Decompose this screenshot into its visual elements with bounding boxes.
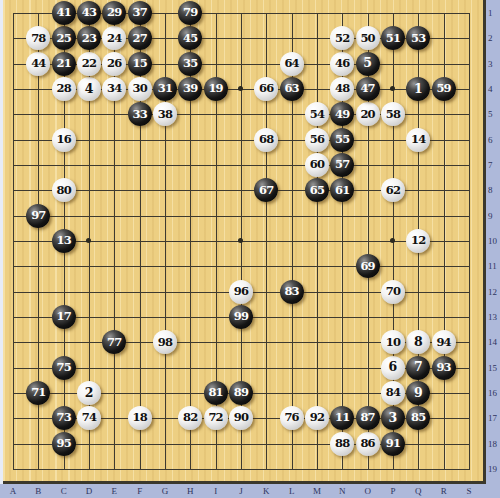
stone-C18[interactable]: 95 — [52, 432, 76, 456]
row-label-18: 18 — [488, 439, 500, 449]
stone-J12[interactable]: 96 — [229, 280, 253, 304]
stone-L3[interactable]: 64 — [280, 52, 304, 76]
stone-F4[interactable]: 30 — [128, 77, 152, 101]
move-number: 25 — [56, 33, 70, 45]
stone-Q14[interactable]: 8 — [406, 330, 430, 354]
row-label-4: 4 — [488, 84, 500, 94]
move-number: 43 — [82, 7, 96, 19]
move-number: 93 — [436, 362, 450, 374]
move-number: 49 — [335, 109, 349, 121]
move-number: 6 — [389, 361, 398, 374]
move-number: 65 — [310, 185, 324, 197]
move-number: 17 — [56, 311, 70, 323]
move-number: 71 — [31, 387, 45, 399]
move-number: 41 — [56, 7, 70, 19]
stone-I4[interactable]: 19 — [204, 77, 228, 101]
move-number: 89 — [234, 387, 248, 399]
move-number: 19 — [208, 83, 222, 95]
move-number: 57 — [335, 159, 349, 171]
column-label-C: C — [57, 486, 71, 496]
star-point-P4 — [390, 86, 395, 91]
move-number: 63 — [284, 83, 298, 95]
stone-P17[interactable]: 3 — [381, 406, 405, 430]
stone-C13[interactable]: 17 — [52, 305, 76, 329]
stone-R4[interactable]: 59 — [432, 77, 456, 101]
move-number: 52 — [335, 33, 349, 45]
row-label-5: 5 — [488, 109, 500, 119]
stone-J13[interactable]: 99 — [229, 305, 253, 329]
star-point-D10 — [86, 238, 91, 243]
move-number: 97 — [31, 210, 45, 222]
move-number: 90 — [234, 412, 248, 424]
row-label-2: 2 — [488, 33, 500, 43]
stone-J17[interactable]: 90 — [229, 406, 253, 430]
move-number: 58 — [386, 109, 400, 121]
stone-N6[interactable]: 55 — [330, 128, 354, 152]
move-number: 95 — [56, 438, 70, 450]
stone-E4[interactable]: 34 — [102, 77, 126, 101]
move-number: 30 — [132, 83, 146, 95]
column-label-Q: Q — [411, 486, 425, 496]
move-number: 51 — [386, 33, 400, 45]
stone-M8[interactable]: 65 — [305, 178, 329, 202]
stone-M7[interactable]: 60 — [305, 153, 329, 177]
stone-O5[interactable]: 20 — [356, 102, 380, 126]
move-number: 11 — [335, 412, 349, 424]
stone-N17[interactable]: 11 — [330, 406, 354, 430]
move-number: 59 — [436, 83, 450, 95]
stone-P18[interactable]: 91 — [381, 432, 405, 456]
stone-O17[interactable]: 87 — [356, 406, 380, 430]
move-number: 86 — [360, 438, 374, 450]
move-number: 61 — [335, 185, 349, 197]
move-number: 80 — [56, 185, 70, 197]
move-number: 10 — [386, 337, 400, 349]
stone-L12[interactable]: 83 — [280, 280, 304, 304]
move-number: 83 — [284, 286, 298, 298]
move-number: 16 — [56, 134, 70, 146]
stone-P2[interactable]: 51 — [381, 26, 405, 50]
stone-I17[interactable]: 72 — [204, 406, 228, 430]
move-number: 24 — [107, 33, 121, 45]
move-number: 87 — [360, 412, 374, 424]
move-number: 68 — [259, 134, 273, 146]
stone-F2[interactable]: 27 — [128, 26, 152, 50]
star-point-J10 — [238, 238, 243, 243]
stone-B9[interactable]: 97 — [26, 204, 50, 228]
stone-N2[interactable]: 52 — [330, 26, 354, 50]
move-number: 81 — [208, 387, 222, 399]
stone-H1[interactable]: 79 — [178, 1, 202, 25]
move-number: 8 — [414, 336, 423, 349]
move-number: 85 — [411, 412, 425, 424]
stone-M6[interactable]: 56 — [305, 128, 329, 152]
move-number: 99 — [234, 311, 248, 323]
stone-L4[interactable]: 63 — [280, 77, 304, 101]
row-label-17: 17 — [488, 413, 500, 423]
stone-O4[interactable]: 47 — [356, 77, 380, 101]
move-number: 3 — [389, 412, 398, 425]
move-number: 2 — [85, 387, 94, 400]
stone-N18[interactable]: 88 — [330, 432, 354, 456]
move-number: 70 — [386, 286, 400, 298]
move-number: 39 — [183, 83, 197, 95]
stone-N7[interactable]: 57 — [330, 153, 354, 177]
move-number: 22 — [82, 58, 96, 70]
move-number: 78 — [31, 33, 45, 45]
column-label-N: N — [335, 486, 349, 496]
column-label-I: I — [209, 486, 223, 496]
move-number: 73 — [56, 412, 70, 424]
row-label-13: 13 — [488, 312, 500, 322]
row-label-15: 15 — [488, 363, 500, 373]
stone-Q17[interactable]: 85 — [406, 406, 430, 430]
stone-F1[interactable]: 37 — [128, 1, 152, 25]
column-label-E: E — [107, 486, 121, 496]
row-label-9: 9 — [488, 211, 500, 221]
column-label-A: A — [6, 486, 20, 496]
move-number: 18 — [132, 412, 146, 424]
column-label-O: O — [361, 486, 375, 496]
row-label-10: 10 — [488, 236, 500, 246]
stone-F17[interactable]: 18 — [128, 406, 152, 430]
stone-C3[interactable]: 21 — [52, 52, 76, 76]
row-label-1: 1 — [488, 8, 500, 18]
move-number: 44 — [31, 58, 45, 70]
stone-Q15[interactable]: 7 — [406, 356, 430, 380]
column-label-P: P — [386, 486, 400, 496]
move-number: 46 — [335, 58, 349, 70]
row-label-7: 7 — [488, 160, 500, 170]
move-number: 45 — [183, 33, 197, 45]
move-number: 62 — [386, 185, 400, 197]
stone-Q2[interactable]: 53 — [406, 26, 430, 50]
stone-M5[interactable]: 54 — [305, 102, 329, 126]
move-number: 15 — [132, 58, 146, 70]
move-number: 74 — [82, 412, 96, 424]
move-number: 1 — [414, 83, 423, 96]
stone-C1[interactable]: 41 — [52, 1, 76, 25]
stone-D3[interactable]: 22 — [77, 52, 101, 76]
move-number: 60 — [310, 159, 324, 171]
move-number: 27 — [132, 33, 146, 45]
move-number: 13 — [56, 235, 70, 247]
move-number: 5 — [363, 57, 372, 70]
star-point-J4 — [238, 86, 243, 91]
stone-G4[interactable]: 31 — [153, 77, 177, 101]
move-number: 34 — [107, 83, 121, 95]
column-label-B: B — [31, 486, 45, 496]
stone-K6[interactable]: 68 — [254, 128, 278, 152]
stone-R14[interactable]: 94 — [432, 330, 456, 354]
row-label-8: 8 — [488, 185, 500, 195]
column-label-F: F — [133, 486, 147, 496]
stone-D1[interactable]: 43 — [77, 1, 101, 25]
move-number: 28 — [56, 83, 70, 95]
move-number: 92 — [310, 412, 324, 424]
stone-H4[interactable]: 39 — [178, 77, 202, 101]
row-label-11: 11 — [488, 261, 500, 271]
move-number: 54 — [310, 109, 324, 121]
column-label-K: K — [259, 486, 273, 496]
row-label-19: 19 — [488, 464, 500, 474]
go-board[interactable]: 1234567891011121314151617181920212223242… — [3, 0, 486, 484]
stone-P14[interactable]: 10 — [381, 330, 405, 354]
move-number: 7 — [414, 361, 423, 374]
stone-C10[interactable]: 13 — [52, 229, 76, 253]
stone-N4[interactable]: 48 — [330, 77, 354, 101]
move-number: 33 — [132, 109, 146, 121]
stone-P8[interactable]: 62 — [381, 178, 405, 202]
move-number: 94 — [436, 337, 450, 349]
stone-M17[interactable]: 92 — [305, 406, 329, 430]
move-number: 21 — [56, 58, 70, 70]
move-number: 50 — [360, 33, 374, 45]
stone-P5[interactable]: 58 — [381, 102, 405, 126]
stone-E1[interactable]: 29 — [102, 1, 126, 25]
column-label-S: S — [462, 486, 476, 496]
move-number: 12 — [411, 235, 425, 247]
move-number: 48 — [335, 83, 349, 95]
move-number: 14 — [411, 134, 425, 146]
stone-H17[interactable]: 82 — [178, 406, 202, 430]
move-number: 56 — [310, 134, 324, 146]
stone-O2[interactable]: 50 — [356, 26, 380, 50]
stone-Q10[interactable]: 12 — [406, 229, 430, 253]
stone-C6[interactable]: 16 — [52, 128, 76, 152]
stone-E14[interactable]: 77 — [102, 330, 126, 354]
move-number: 82 — [183, 412, 197, 424]
stone-P12[interactable]: 70 — [381, 280, 405, 304]
row-label-12: 12 — [488, 287, 500, 297]
move-number: 53 — [411, 33, 425, 45]
row-label-6: 6 — [488, 135, 500, 145]
stone-B16[interactable]: 71 — [26, 381, 50, 405]
move-number: 77 — [107, 337, 121, 349]
move-number: 38 — [158, 109, 172, 121]
stone-K8[interactable]: 67 — [254, 178, 278, 202]
stone-O11[interactable]: 69 — [356, 254, 380, 278]
stone-C2[interactable]: 25 — [52, 26, 76, 50]
column-label-D: D — [82, 486, 96, 496]
move-number: 88 — [335, 438, 349, 450]
stone-N5[interactable]: 49 — [330, 102, 354, 126]
stone-O18[interactable]: 86 — [356, 432, 380, 456]
stone-D4[interactable]: 4 — [77, 77, 101, 101]
stone-I16[interactable]: 81 — [204, 381, 228, 405]
stone-D17[interactable]: 74 — [77, 406, 101, 430]
move-number: 75 — [56, 362, 70, 374]
move-number: 47 — [360, 83, 374, 95]
move-number: 9 — [414, 387, 423, 400]
column-label-H: H — [183, 486, 197, 496]
row-label-3: 3 — [488, 59, 500, 69]
stone-G5[interactable]: 38 — [153, 102, 177, 126]
stone-P15[interactable]: 6 — [381, 356, 405, 380]
move-number: 84 — [386, 387, 400, 399]
move-number: 98 — [158, 337, 172, 349]
stone-L17[interactable]: 76 — [280, 406, 304, 430]
stone-P16[interactable]: 84 — [381, 381, 405, 405]
stone-F5[interactable]: 33 — [128, 102, 152, 126]
move-number: 37 — [132, 7, 146, 19]
move-number: 4 — [85, 83, 94, 96]
move-number: 35 — [183, 58, 197, 70]
star-point-P10 — [390, 238, 395, 243]
stone-Q16[interactable]: 9 — [406, 381, 430, 405]
stone-C8[interactable]: 80 — [52, 178, 76, 202]
stone-F3[interactable]: 15 — [128, 52, 152, 76]
move-number: 29 — [107, 7, 121, 19]
stone-Q4[interactable]: 1 — [406, 77, 430, 101]
row-label-16: 16 — [488, 388, 500, 398]
stone-C4[interactable]: 28 — [52, 77, 76, 101]
stone-J16[interactable]: 89 — [229, 381, 253, 405]
stone-C17[interactable]: 73 — [52, 406, 76, 430]
move-number: 31 — [158, 83, 172, 95]
column-label-R: R — [437, 486, 451, 496]
move-number: 96 — [234, 286, 248, 298]
stone-G14[interactable]: 98 — [153, 330, 177, 354]
column-label-G: G — [158, 486, 172, 496]
stone-H3[interactable]: 35 — [178, 52, 202, 76]
stone-R15[interactable]: 93 — [432, 356, 456, 380]
column-label-J: J — [234, 486, 248, 496]
move-number: 72 — [208, 412, 222, 424]
move-number: 26 — [107, 58, 121, 70]
stone-K4[interactable]: 66 — [254, 77, 278, 101]
move-number: 67 — [259, 185, 273, 197]
move-number: 55 — [335, 134, 349, 146]
column-label-M: M — [310, 486, 324, 496]
move-number: 69 — [360, 261, 374, 273]
row-label-14: 14 — [488, 337, 500, 347]
stone-H2[interactable]: 45 — [178, 26, 202, 50]
move-number: 23 — [82, 33, 96, 45]
stone-N8[interactable]: 61 — [330, 178, 354, 202]
move-number: 91 — [386, 438, 400, 450]
stone-D16[interactable]: 2 — [77, 381, 101, 405]
move-number: 79 — [183, 7, 197, 19]
stone-B3[interactable]: 44 — [26, 52, 50, 76]
stone-N3[interactable]: 46 — [330, 52, 354, 76]
column-label-L: L — [285, 486, 299, 496]
move-number: 20 — [360, 109, 374, 121]
stone-C15[interactable]: 75 — [52, 356, 76, 380]
stone-B2[interactable]: 78 — [26, 26, 50, 50]
board-grid[interactable]: 1234567891011121314151617181920212223242… — [0, 0, 481, 481]
move-number: 66 — [259, 83, 273, 95]
stone-O3[interactable]: 5 — [356, 52, 380, 76]
stone-Q6[interactable]: 14 — [406, 128, 430, 152]
move-number: 64 — [284, 58, 298, 70]
stone-E2[interactable]: 24 — [102, 26, 126, 50]
stone-E3[interactable]: 26 — [102, 52, 126, 76]
stone-D2[interactable]: 23 — [77, 26, 101, 50]
move-number: 76 — [284, 412, 298, 424]
